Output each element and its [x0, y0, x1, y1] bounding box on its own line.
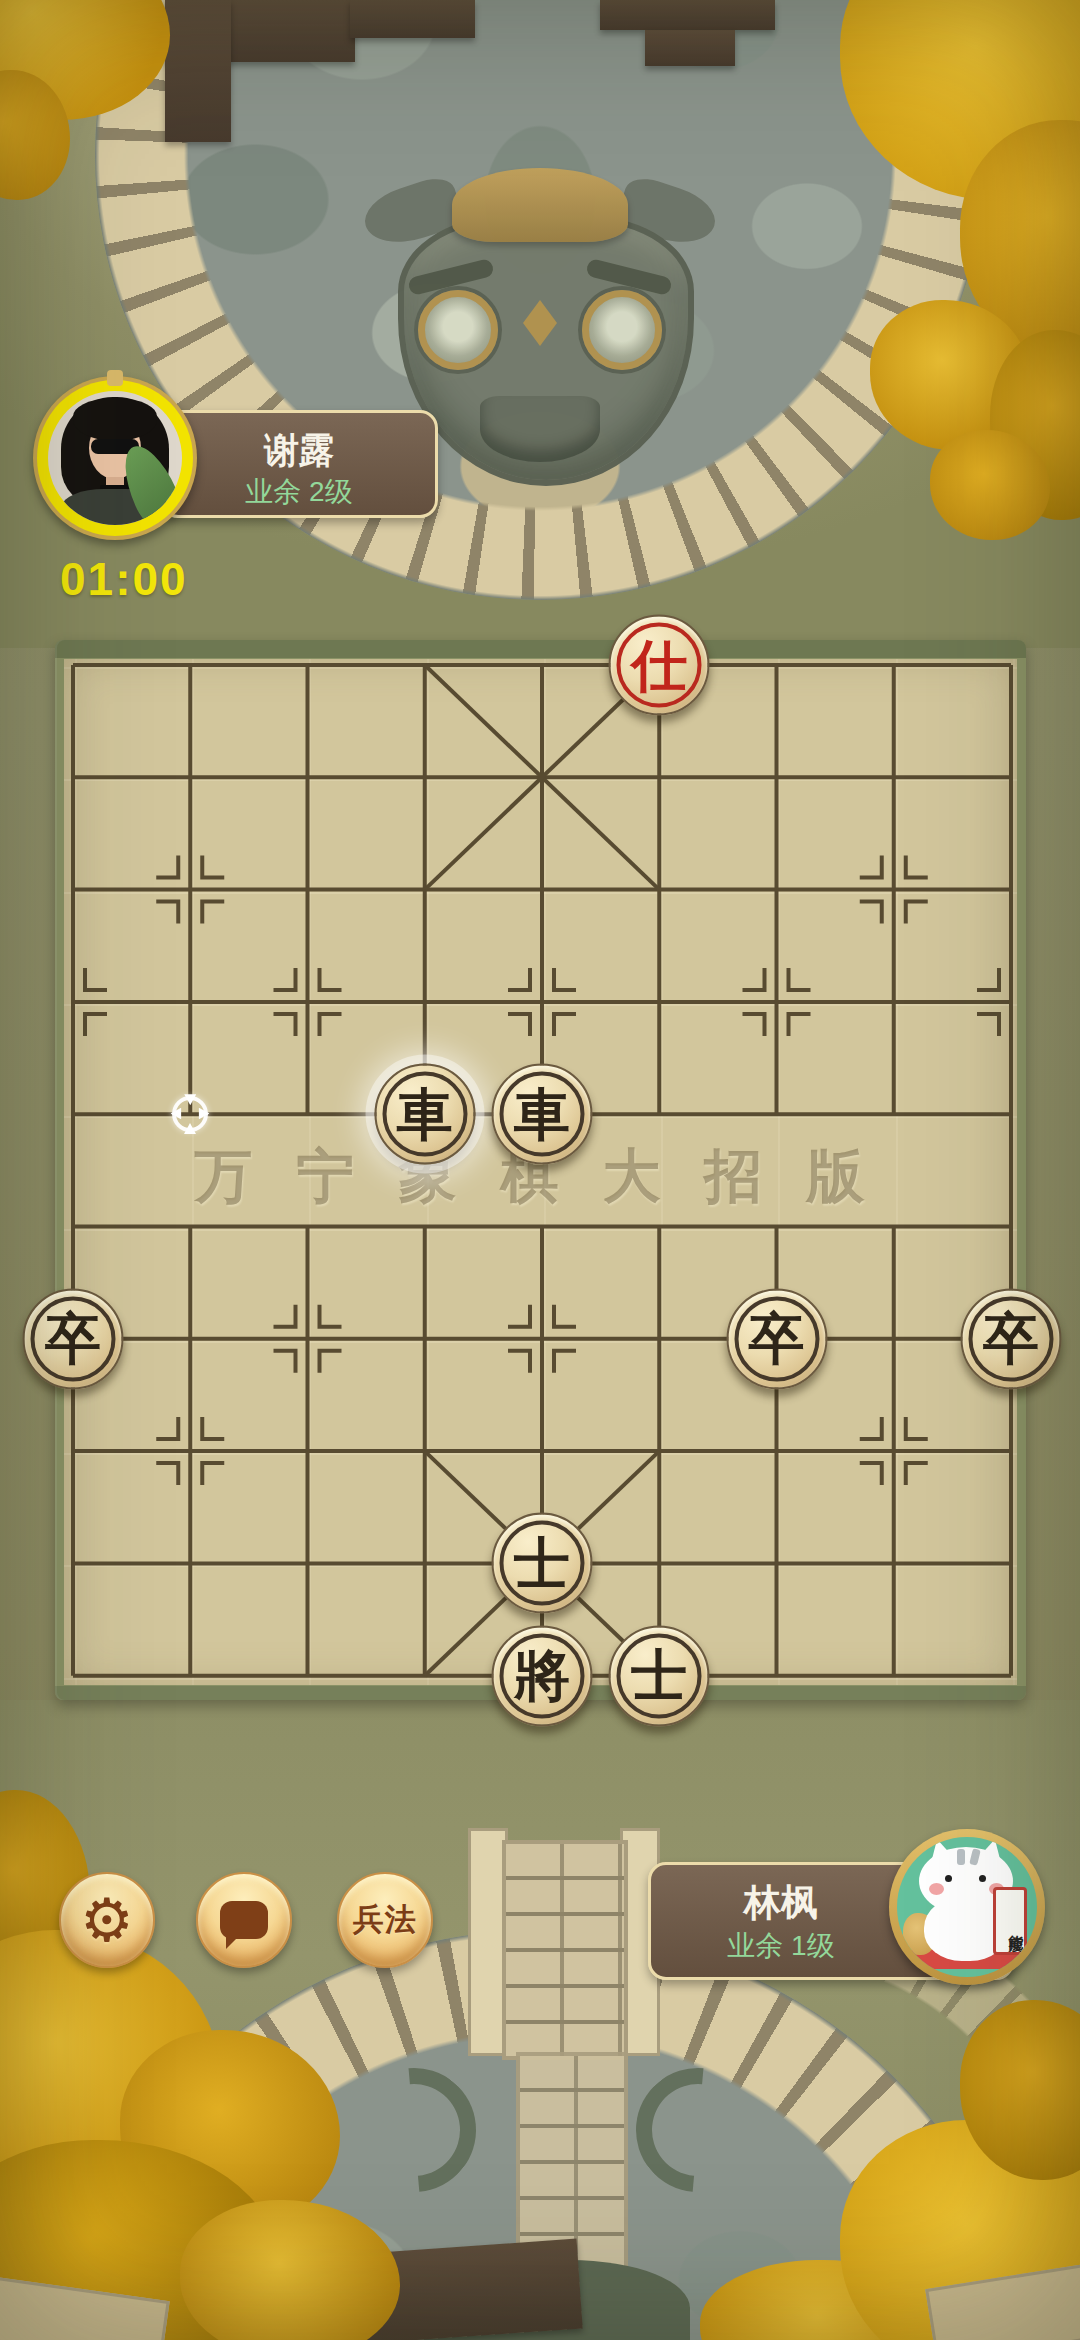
- wood-beam: [645, 30, 735, 66]
- wood-beam: [600, 0, 775, 30]
- tactics-label: 兵法: [353, 1899, 417, 1941]
- cat-eye-right: [979, 1875, 986, 1882]
- opponent-plate: 谢露 业余 2级: [160, 410, 438, 518]
- opponent-avatar[interactable]: [48, 391, 182, 525]
- piece-character: 車: [514, 1085, 570, 1141]
- top-scenery: [0, 0, 1080, 648]
- cat-stripe: [957, 1849, 965, 1865]
- gear-icon: ⚙: [80, 1890, 134, 1950]
- cat-sign: 能瘦: [993, 1887, 1027, 1955]
- piece-red-advisor[interactable]: 仕: [609, 615, 710, 716]
- piece-black-general[interactable]: 將: [492, 1625, 593, 1726]
- piece-character: 將: [514, 1647, 570, 1703]
- settings-button[interactable]: ⚙: [59, 1872, 155, 1968]
- game-screen: 万宁象棋大招版 仕車車卒卒卒士將士 谢露 业余 2级 01:00 林枫 业余 1…: [0, 0, 1080, 2340]
- mask-jaw: [480, 396, 600, 462]
- piece-character: 士: [514, 1534, 570, 1590]
- mask-eye-left: [418, 290, 498, 370]
- move-from-marker: [169, 1093, 211, 1135]
- bottom-scenery: [0, 1700, 1080, 2340]
- tactics-button[interactable]: 兵法: [337, 1872, 433, 1968]
- piece-character: 士: [631, 1647, 687, 1703]
- avatar-hanger-tab: [107, 370, 123, 386]
- cat-eye-left: [945, 1875, 952, 1882]
- opponent-rank: 业余 2级: [163, 473, 435, 511]
- piece-character: 仕: [631, 636, 687, 692]
- opponent-timer: 01:00: [60, 552, 188, 606]
- avatar-bangs: [73, 399, 157, 441]
- wood-beam: [165, 0, 231, 142]
- piece-black-advisor[interactable]: 士: [492, 1513, 593, 1614]
- mask-crown: [452, 168, 628, 242]
- piece-black-chariot[interactable]: 車: [492, 1064, 593, 1165]
- cat-cheek-left: [929, 1883, 944, 1895]
- xiangqi-board[interactable]: 万宁象棋大招版 仕車車卒卒卒士將士: [55, 640, 1026, 1700]
- piece-black-advisor[interactable]: 士: [609, 1625, 710, 1726]
- piece-black-soldier[interactable]: 卒: [23, 1288, 124, 1389]
- piece-character: 車: [397, 1085, 453, 1141]
- chat-bubble-icon: [220, 1901, 268, 1939]
- piece-character: 卒: [983, 1310, 1039, 1366]
- piece-black-chariot[interactable]: 車: [374, 1064, 475, 1165]
- piece-character: 卒: [45, 1310, 101, 1366]
- opponent-name: 谢露: [163, 427, 435, 474]
- piece-character: 卒: [749, 1310, 805, 1366]
- self-avatar[interactable]: 能瘦: [897, 1837, 1037, 1977]
- piece-black-soldier[interactable]: 卒: [961, 1288, 1062, 1389]
- piece-black-soldier[interactable]: 卒: [726, 1288, 827, 1389]
- mask-eye-right: [582, 290, 662, 370]
- wood-beam: [350, 0, 475, 38]
- chat-button[interactable]: [196, 1872, 292, 1968]
